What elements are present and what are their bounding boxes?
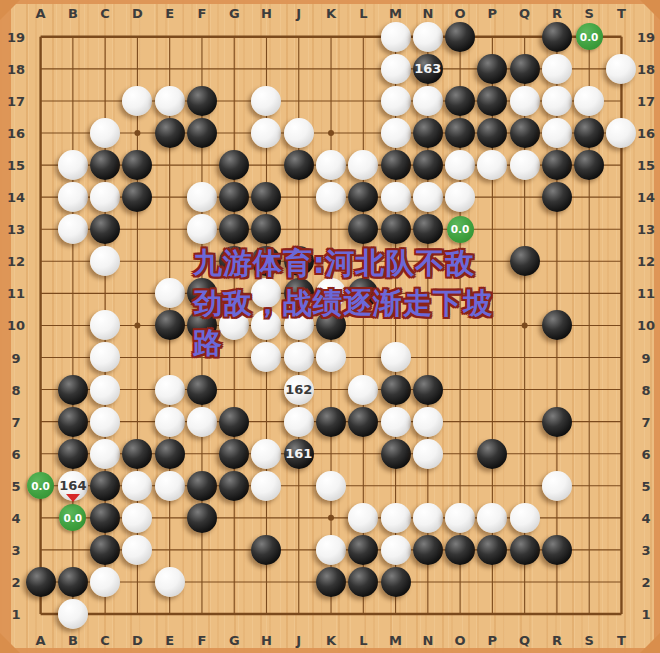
black-stone[interactable] xyxy=(445,535,475,565)
black-stone[interactable] xyxy=(477,535,507,565)
coord-label: 4 xyxy=(11,510,20,525)
coord-label: T xyxy=(617,633,626,648)
coord-label: 12 xyxy=(7,254,25,269)
white-stone[interactable] xyxy=(381,182,411,212)
white-stone[interactable] xyxy=(155,567,185,597)
black-stone[interactable] xyxy=(316,567,346,597)
winrate-badge: 0.0 xyxy=(447,216,474,243)
black-stone[interactable] xyxy=(381,214,411,244)
white-stone[interactable] xyxy=(510,503,540,533)
black-stone[interactable] xyxy=(477,54,507,84)
white-stone[interactable] xyxy=(187,182,217,212)
coord-label: 6 xyxy=(641,446,650,461)
coord-label: 15 xyxy=(7,158,25,173)
coord-label: G xyxy=(229,633,240,648)
coord-label: Q xyxy=(519,633,530,648)
white-stone[interactable] xyxy=(477,150,507,180)
white-stone[interactable]: 164 xyxy=(58,471,88,501)
white-stone[interactable] xyxy=(187,214,217,244)
coord-label: 13 xyxy=(7,222,25,237)
coord-label: J xyxy=(296,633,301,648)
black-stone[interactable] xyxy=(542,150,572,180)
coord-label: B xyxy=(68,6,78,21)
white-stone[interactable] xyxy=(90,182,120,212)
coord-label: A xyxy=(36,633,46,648)
white-stone[interactable] xyxy=(90,310,120,340)
coord-label: 14 xyxy=(637,190,655,205)
coord-label: 7 xyxy=(641,414,650,429)
white-stone[interactable] xyxy=(510,86,540,116)
coord-label: J xyxy=(296,6,301,21)
black-stone[interactable]: 163 xyxy=(413,54,443,84)
white-stone[interactable] xyxy=(122,471,152,501)
white-stone[interactable] xyxy=(381,503,411,533)
coord-label: 2 xyxy=(11,574,20,589)
black-stone[interactable] xyxy=(445,118,475,148)
black-stone[interactable] xyxy=(510,118,540,148)
black-stone[interactable] xyxy=(477,118,507,148)
white-stone[interactable] xyxy=(316,150,346,180)
coord-label: S xyxy=(585,6,594,21)
white-stone[interactable] xyxy=(58,150,88,180)
coord-label: M xyxy=(389,6,402,21)
white-stone[interactable] xyxy=(510,150,540,180)
black-stone[interactable] xyxy=(187,118,217,148)
coord-label: R xyxy=(552,6,562,21)
coord-label: C xyxy=(100,633,110,648)
black-stone[interactable] xyxy=(413,214,443,244)
black-stone[interactable] xyxy=(348,407,378,437)
white-stone[interactable] xyxy=(413,503,443,533)
white-stone[interactable] xyxy=(445,182,475,212)
coord-label: E xyxy=(165,633,174,648)
black-stone[interactable] xyxy=(58,375,88,405)
coord-label: 1 xyxy=(641,607,650,622)
coord-label: 15 xyxy=(637,158,655,173)
overlay-caption-line: 路 xyxy=(193,323,493,363)
white-stone[interactable] xyxy=(381,54,411,84)
white-stone[interactable] xyxy=(122,503,152,533)
black-stone[interactable] xyxy=(445,86,475,116)
black-stone[interactable] xyxy=(219,150,249,180)
coord-label: 1 xyxy=(11,607,20,622)
white-stone[interactable] xyxy=(122,86,152,116)
black-stone[interactable] xyxy=(219,182,249,212)
coord-label: F xyxy=(197,633,206,648)
coord-label: 17 xyxy=(637,93,655,108)
coord-label: E xyxy=(165,6,174,21)
overlay-caption-line: 九游体育:河北队不敌 xyxy=(193,243,493,283)
white-stone[interactable] xyxy=(413,407,443,437)
white-stone[interactable] xyxy=(155,86,185,116)
coord-label: N xyxy=(422,633,433,648)
black-stone[interactable] xyxy=(58,407,88,437)
coord-label: H xyxy=(261,6,272,21)
white-stone[interactable] xyxy=(381,118,411,148)
black-stone[interactable] xyxy=(381,150,411,180)
coord-label: P xyxy=(488,6,498,21)
black-stone[interactable] xyxy=(510,246,540,276)
coord-label: 8 xyxy=(11,382,20,397)
black-stone[interactable] xyxy=(219,471,249,501)
white-stone[interactable] xyxy=(413,22,443,52)
white-stone[interactable]: 162 xyxy=(284,375,314,405)
coord-label: P xyxy=(488,633,498,648)
overlay-caption-line: 劲敌，战绩逐渐走下坡 xyxy=(193,283,493,323)
black-stone[interactable] xyxy=(122,150,152,180)
black-stone[interactable] xyxy=(26,567,56,597)
white-stone[interactable] xyxy=(90,439,120,469)
coord-label: 18 xyxy=(637,61,655,76)
white-stone[interactable] xyxy=(155,407,185,437)
coord-label: 8 xyxy=(641,382,650,397)
coord-label: 2 xyxy=(641,574,650,589)
white-stone[interactable] xyxy=(316,471,346,501)
black-stone[interactable] xyxy=(413,375,443,405)
black-stone[interactable] xyxy=(155,439,185,469)
black-stone[interactable] xyxy=(542,182,572,212)
coord-label: M xyxy=(389,633,402,648)
coord-label: Q xyxy=(519,6,530,21)
coord-label: 18 xyxy=(7,61,25,76)
coord-label: 19 xyxy=(637,29,655,44)
white-stone[interactable] xyxy=(316,535,346,565)
white-stone[interactable] xyxy=(284,118,314,148)
coord-label: 11 xyxy=(7,286,25,301)
go-board-screenshot: AABBCCDDEEFFGGHHJJKKLLMMNNOOPPQQRRSSTT19… xyxy=(0,0,660,653)
white-stone[interactable] xyxy=(348,503,378,533)
coord-label: 7 xyxy=(11,414,20,429)
black-stone[interactable] xyxy=(58,567,88,597)
black-stone[interactable] xyxy=(348,567,378,597)
white-stone[interactable] xyxy=(90,407,120,437)
coord-label: 14 xyxy=(7,190,25,205)
move-number: 164 xyxy=(59,479,86,492)
coord-label: C xyxy=(100,6,110,21)
coord-label: H xyxy=(261,633,272,648)
coord-label: 3 xyxy=(641,542,650,557)
black-stone[interactable] xyxy=(510,54,540,84)
white-stone[interactable] xyxy=(542,118,572,148)
black-stone[interactable] xyxy=(542,310,572,340)
coord-label: 9 xyxy=(11,350,20,365)
white-stone[interactable] xyxy=(122,535,152,565)
black-stone[interactable] xyxy=(122,439,152,469)
black-stone[interactable] xyxy=(155,310,185,340)
coord-label: 5 xyxy=(11,478,20,493)
coord-label: 4 xyxy=(641,510,650,525)
white-stone[interactable] xyxy=(381,22,411,52)
white-stone[interactable] xyxy=(90,342,120,372)
coord-label: K xyxy=(326,6,336,21)
black-stone[interactable] xyxy=(413,150,443,180)
white-stone[interactable] xyxy=(381,535,411,565)
coord-label: 10 xyxy=(637,318,655,333)
white-stone[interactable] xyxy=(445,150,475,180)
black-stone[interactable] xyxy=(510,535,540,565)
coord-label: B xyxy=(68,633,78,648)
coord-label: 9 xyxy=(641,350,650,365)
white-stone[interactable] xyxy=(251,86,281,116)
white-stone[interactable] xyxy=(316,182,346,212)
black-stone[interactable] xyxy=(348,535,378,565)
coord-label: O xyxy=(455,6,466,21)
white-stone[interactable] xyxy=(58,214,88,244)
white-stone[interactable] xyxy=(187,407,217,437)
black-stone[interactable] xyxy=(90,471,120,501)
coord-label: 5 xyxy=(641,478,650,493)
coord-label: D xyxy=(132,6,143,21)
black-stone[interactable] xyxy=(90,535,120,565)
black-stone[interactable]: 161 xyxy=(284,439,314,469)
black-stone[interactable] xyxy=(187,375,217,405)
coord-label: 3 xyxy=(11,542,20,557)
coord-label: K xyxy=(326,633,336,648)
move-number: 162 xyxy=(285,383,312,396)
black-stone[interactable] xyxy=(381,439,411,469)
black-stone[interactable] xyxy=(187,86,217,116)
black-stone[interactable] xyxy=(251,535,281,565)
white-stone[interactable] xyxy=(284,407,314,437)
coord-label: S xyxy=(585,633,594,648)
white-stone[interactable] xyxy=(155,471,185,501)
black-stone[interactable] xyxy=(542,22,572,52)
white-stone[interactable] xyxy=(574,86,604,116)
coord-label: 13 xyxy=(637,222,655,237)
black-stone[interactable] xyxy=(381,567,411,597)
white-stone[interactable] xyxy=(90,567,120,597)
black-stone[interactable] xyxy=(122,182,152,212)
black-stone[interactable] xyxy=(348,214,378,244)
black-stone[interactable] xyxy=(316,407,346,437)
move-number: 163 xyxy=(414,62,441,75)
black-stone[interactable] xyxy=(90,150,120,180)
last-move-pointer-icon xyxy=(66,494,80,502)
white-stone[interactable] xyxy=(606,54,636,84)
white-stone[interactable] xyxy=(155,375,185,405)
coord-label: 10 xyxy=(7,318,25,333)
overlay-caption: 九游体育:河北队不敌 劲敌，战绩逐渐走下坡 路 xyxy=(193,243,493,363)
black-stone[interactable] xyxy=(90,503,120,533)
coord-label: 17 xyxy=(7,93,25,108)
white-stone[interactable] xyxy=(413,439,443,469)
black-stone[interactable] xyxy=(187,471,217,501)
white-stone[interactable] xyxy=(477,503,507,533)
white-stone[interactable] xyxy=(251,118,281,148)
black-stone[interactable] xyxy=(574,150,604,180)
coord-label: 16 xyxy=(637,126,655,141)
coord-label: R xyxy=(552,633,562,648)
winrate-badge: 0.0 xyxy=(59,504,86,531)
black-stone[interactable] xyxy=(574,118,604,148)
white-stone[interactable] xyxy=(90,375,120,405)
black-stone[interactable] xyxy=(219,407,249,437)
coord-label: 16 xyxy=(7,126,25,141)
black-stone[interactable] xyxy=(219,439,249,469)
winrate-badge: 0.0 xyxy=(27,472,54,499)
white-stone[interactable] xyxy=(542,86,572,116)
black-stone[interactable] xyxy=(219,214,249,244)
black-stone[interactable] xyxy=(348,182,378,212)
white-stone[interactable] xyxy=(58,182,88,212)
coord-label: G xyxy=(229,6,240,21)
black-stone[interactable] xyxy=(381,375,411,405)
white-stone[interactable] xyxy=(251,439,281,469)
black-stone[interactable] xyxy=(477,86,507,116)
black-stone[interactable] xyxy=(155,118,185,148)
coord-label: L xyxy=(359,633,367,648)
black-stone[interactable] xyxy=(542,407,572,437)
black-stone[interactable] xyxy=(477,439,507,469)
coord-label: A xyxy=(36,6,46,21)
winrate-badge: 0.0 xyxy=(576,23,603,50)
black-stone[interactable] xyxy=(284,150,314,180)
white-stone[interactable] xyxy=(90,246,120,276)
black-stone[interactable] xyxy=(413,535,443,565)
white-stone[interactable] xyxy=(381,407,411,437)
coord-label: 11 xyxy=(637,286,655,301)
white-stone[interactable] xyxy=(413,86,443,116)
white-stone[interactable] xyxy=(58,599,88,629)
black-stone[interactable] xyxy=(187,503,217,533)
white-stone[interactable] xyxy=(542,54,572,84)
coord-label: T xyxy=(617,6,626,21)
coord-label: N xyxy=(422,6,433,21)
white-stone[interactable] xyxy=(348,375,378,405)
coord-label: F xyxy=(197,6,206,21)
black-stone[interactable] xyxy=(542,535,572,565)
white-stone[interactable] xyxy=(413,182,443,212)
black-stone[interactable] xyxy=(58,439,88,469)
coord-label: O xyxy=(455,633,466,648)
black-stone[interactable] xyxy=(251,182,281,212)
black-stone[interactable] xyxy=(413,118,443,148)
black-stone[interactable] xyxy=(251,214,281,244)
white-stone[interactable] xyxy=(155,278,185,308)
black-stone[interactable] xyxy=(90,214,120,244)
coord-label: L xyxy=(359,6,367,21)
white-stone[interactable] xyxy=(251,471,281,501)
move-number: 161 xyxy=(285,447,312,460)
white-stone[interactable] xyxy=(606,118,636,148)
white-stone[interactable] xyxy=(381,86,411,116)
coord-label: D xyxy=(132,633,143,648)
white-stone[interactable] xyxy=(445,503,475,533)
white-stone[interactable] xyxy=(348,150,378,180)
white-stone[interactable] xyxy=(90,118,120,148)
coord-label: 12 xyxy=(637,254,655,269)
black-stone[interactable] xyxy=(445,22,475,52)
coord-label: 6 xyxy=(11,446,20,461)
white-stone[interactable] xyxy=(542,471,572,501)
coord-label: 19 xyxy=(7,29,25,44)
